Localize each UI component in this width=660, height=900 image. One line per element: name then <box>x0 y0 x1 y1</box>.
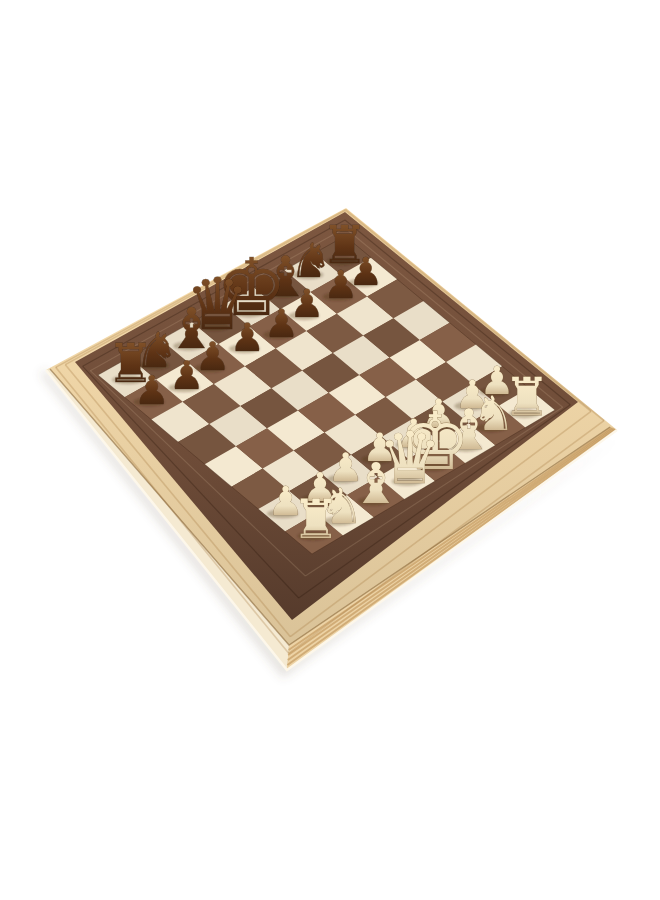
piece-black-pawn-g7[interactable]: ♟ <box>323 262 358 307</box>
piece-black-pawn-d7[interactable]: ♟ <box>230 315 265 360</box>
product-photo: ♜♞♟♝♟♚♟♛♟♝♟♞♟♜♟♟♟♟♜♟♞♟♝♟♚♟♛♟♝♟♞♜ <box>0 0 660 900</box>
chessboard-svg: ♜♞♟♝♟♚♟♛♟♝♟♞♟♜♟♟♟♟♜♟♞♟♝♟♚♟♛♟♝♟♞♜ <box>0 0 660 900</box>
piece-black-pawn-a7[interactable]: ♟ <box>134 367 170 413</box>
piece-black-pawn-e7[interactable]: ♟ <box>264 301 299 346</box>
piece-black-pawn-b7[interactable]: ♟ <box>169 352 204 398</box>
piece-white-rook-a1[interactable]: ♜ <box>292 488 340 551</box>
